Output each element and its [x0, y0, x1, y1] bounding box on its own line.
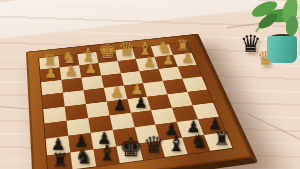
black-pawn-d5[interactable]: ♟: [134, 95, 148, 110]
square-b8[interactable]: ♞: [182, 135, 210, 154]
square-c8[interactable]: ♝: [160, 137, 188, 156]
black-bishop-c8[interactable]: ♝: [167, 133, 186, 154]
white-pawn-a2[interactable]: ♟: [181, 51, 193, 65]
board-grid: ♜♞♝♚♛♝♞♜♟♟♟♟♟♟♟♟♟♟♟♟♟♟♟♟♜♞♝♚♛♝♞♜: [39, 42, 232, 169]
black-rook-a8[interactable]: ♜: [213, 130, 230, 149]
square-g2[interactable]: ♟: [60, 66, 81, 80]
square-b2[interactable]: ♟: [155, 55, 178, 69]
square-e1[interactable]: ♚: [96, 50, 117, 63]
white-pawn-g2[interactable]: ♟: [65, 64, 78, 78]
square-c2[interactable]: ♟: [136, 57, 159, 71]
black-queen-d8[interactable]: ♛: [143, 134, 164, 157]
white-pawn-h2[interactable]: ♟: [45, 66, 58, 80]
square-a2[interactable]: ♟: [173, 53, 196, 67]
photo-scene: ♜♞♝♚♛♝♞♜♟♟♟♟♟♟♟♟♟♟♟♟♟♟♟♟♜♞♝♚♛♝♞♜ ♛ ♛: [0, 0, 300, 169]
square-d6[interactable]: [130, 110, 155, 127]
square-e8[interactable]: ♚: [116, 143, 143, 163]
white-pawn-f2[interactable]: ♟: [85, 62, 98, 76]
black-knight-b8[interactable]: ♞: [190, 132, 208, 152]
square-h8[interactable]: ♜: [47, 152, 72, 169]
black-king-e8[interactable]: ♚: [119, 135, 142, 161]
plant-pot: [267, 36, 297, 63]
black-pawn-e5[interactable]: ♟: [113, 98, 127, 113]
black-bishop-f8[interactable]: ♝: [98, 142, 117, 163]
square-g8[interactable]: ♞: [70, 149, 96, 169]
square-h5[interactable]: [43, 106, 66, 123]
white-pawn-c2[interactable]: ♟: [143, 55, 156, 69]
square-a5[interactable]: [187, 89, 213, 105]
square-a3[interactable]: [178, 65, 202, 79]
black-rook-h8[interactable]: ♜: [52, 151, 69, 169]
white-king-e1[interactable]: ♚: [98, 41, 117, 62]
black-knight-g8[interactable]: ♞: [75, 147, 93, 167]
square-f4[interactable]: [83, 88, 106, 104]
square-a8[interactable]: ♜: [204, 132, 232, 151]
white-pawn-b2[interactable]: ♟: [162, 53, 175, 67]
square-g3[interactable]: [61, 78, 83, 93]
square-e5[interactable]: ♟: [106, 99, 130, 116]
square-d1[interactable]: ♛: [114, 48, 136, 61]
square-f8[interactable]: ♝: [93, 146, 119, 166]
white-queen-d1[interactable]: ♛: [118, 40, 135, 59]
